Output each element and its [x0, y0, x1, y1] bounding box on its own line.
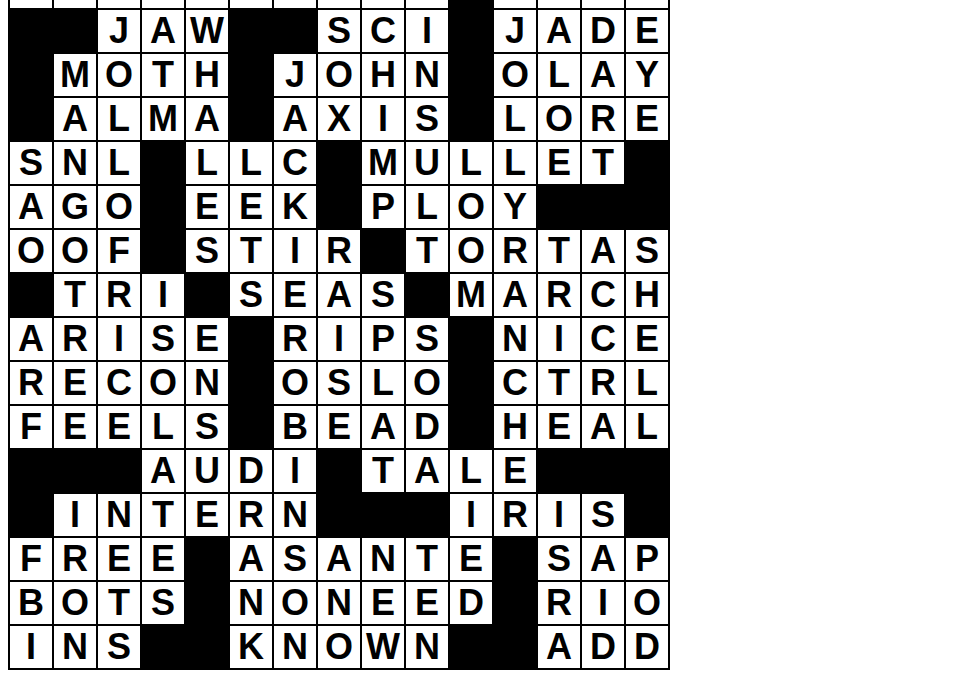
cell-r13c4[interactable]: E — [142, 538, 184, 580]
cell-r15c5-black — [186, 626, 228, 668]
cell-r1c1-black — [10, 10, 52, 52]
cell-r9c7[interactable]: O — [274, 362, 316, 404]
cell-r10c8[interactable]: E — [318, 406, 360, 448]
cell-r1c2-black — [54, 10, 96, 52]
cell-r15c7[interactable]: N — [274, 626, 316, 668]
cell-r12c11[interactable]: I — [450, 494, 492, 536]
cell-r2c13[interactable]: L — [538, 54, 580, 96]
cell-r8c8[interactable]: I — [318, 318, 360, 360]
cell-r8c9[interactable]: P — [362, 318, 404, 360]
cell-r4c4-black — [142, 142, 184, 184]
cell-r13c10[interactable]: T — [406, 538, 448, 580]
cell-r13c13[interactable]: S — [538, 538, 580, 580]
cell-r7c6[interactable]: S — [230, 274, 272, 316]
cell-r14c14[interactable]: I — [582, 582, 624, 624]
cell-r10c7[interactable]: B — [274, 406, 316, 448]
cell-r0c11-black — [450, 0, 492, 8]
cell-r14c7[interactable]: O — [274, 582, 316, 624]
cell-r12c7[interactable]: N — [274, 494, 316, 536]
cell-r5c4-black — [142, 186, 184, 228]
cell-r15c12-black — [494, 626, 536, 668]
cell-r0c1[interactable] — [10, 0, 52, 8]
cell-r3c8[interactable]: X — [318, 98, 360, 140]
cell-r1c7-black — [274, 10, 316, 52]
cell-r6c4-black — [142, 230, 184, 272]
cell-r10c12[interactable]: H — [494, 406, 536, 448]
cell-r11c7[interactable]: I — [274, 450, 316, 492]
cell-r8c7[interactable]: R — [274, 318, 316, 360]
cell-r5c13-black — [538, 186, 580, 228]
crossword-grid: JAWSCIJADEMOTHJOHNOLAYALMAAXISLORESNLLLC… — [8, 0, 670, 670]
cell-r1c6-black — [230, 10, 272, 52]
cell-r6c11[interactable]: O — [450, 230, 492, 272]
cell-r10c5[interactable]: S — [186, 406, 228, 448]
cell-r12c1-black — [10, 494, 52, 536]
cell-r10c11-black — [450, 406, 492, 448]
cell-r2c14[interactable]: A — [582, 54, 624, 96]
cell-r3c4[interactable]: M — [142, 98, 184, 140]
cell-r10c15[interactable]: L — [626, 406, 668, 448]
cell-r2c3[interactable]: O — [98, 54, 140, 96]
cell-r2c2[interactable]: M — [54, 54, 96, 96]
cell-r14c12-black — [494, 582, 536, 624]
cell-r0c12[interactable] — [494, 0, 536, 8]
cell-r4c10[interactable]: U — [406, 142, 448, 184]
cell-r14c8[interactable]: N — [318, 582, 360, 624]
cell-r14c3[interactable]: T — [98, 582, 140, 624]
cell-r8c14[interactable]: C — [582, 318, 624, 360]
cell-r3c9[interactable]: I — [362, 98, 404, 140]
cell-r14c1[interactable]: B — [10, 582, 52, 624]
cell-r14c4[interactable]: S — [142, 582, 184, 624]
cell-r13c15[interactable]: P — [626, 538, 668, 580]
cell-r15c2[interactable]: N — [54, 626, 96, 668]
cell-r6c14[interactable]: A — [582, 230, 624, 272]
cell-r2c5[interactable]: H — [186, 54, 228, 96]
cell-r7c10-black — [406, 274, 448, 316]
cell-r4c3[interactable]: L — [98, 142, 140, 184]
cell-r9c15[interactable]: L — [626, 362, 668, 404]
cell-r9c6-black — [230, 362, 272, 404]
cell-r4c9[interactable]: M — [362, 142, 404, 184]
cell-r8c10[interactable]: S — [406, 318, 448, 360]
cell-r12c2[interactable]: I — [54, 494, 96, 536]
cell-r2c8[interactable]: O — [318, 54, 360, 96]
cell-r12c13[interactable]: I — [538, 494, 580, 536]
cell-r3c14[interactable]: R — [582, 98, 624, 140]
cell-r11c6[interactable]: D — [230, 450, 272, 492]
cell-r14c6[interactable]: N — [230, 582, 272, 624]
cell-r5c12[interactable]: Y — [494, 186, 536, 228]
cell-r10c10[interactable]: D — [406, 406, 448, 448]
cell-r4c11[interactable]: L — [450, 142, 492, 184]
cell-r11c1-black — [10, 450, 52, 492]
cell-r9c14[interactable]: R — [582, 362, 624, 404]
cell-r9c9[interactable]: L — [362, 362, 404, 404]
cell-r7c8[interactable]: A — [318, 274, 360, 316]
cell-r13c2[interactable]: R — [54, 538, 96, 580]
cell-r4c1[interactable]: S — [10, 142, 52, 184]
cell-r3c2[interactable]: A — [54, 98, 96, 140]
cell-r1c15[interactable]: E — [626, 10, 668, 52]
cell-r10c1[interactable]: F — [10, 406, 52, 448]
cell-r8c1[interactable]: A — [10, 318, 52, 360]
cell-r2c12[interactable]: O — [494, 54, 536, 96]
cell-r11c12[interactable]: E — [494, 450, 536, 492]
cell-r8c5[interactable]: E — [186, 318, 228, 360]
cell-r1c4[interactable]: A — [142, 10, 184, 52]
cell-r14c10[interactable]: E — [406, 582, 448, 624]
cell-r13c8[interactable]: A — [318, 538, 360, 580]
cell-r6c7[interactable]: I — [274, 230, 316, 272]
cell-r11c3-black — [98, 450, 140, 492]
cell-r10c13[interactable]: E — [538, 406, 580, 448]
cell-r5c6[interactable]: E — [230, 186, 272, 228]
cell-r2c4[interactable]: T — [142, 54, 184, 96]
cell-r0c13[interactable] — [538, 0, 580, 8]
cell-r3c15[interactable]: E — [626, 98, 668, 140]
cell-r8c12[interactable]: N — [494, 318, 536, 360]
cell-r7c7[interactable]: E — [274, 274, 316, 316]
cell-r0c6[interactable] — [230, 0, 272, 8]
cell-r10c2[interactable]: E — [54, 406, 96, 448]
cell-r4c2[interactable]: N — [54, 142, 96, 184]
cell-r8c13[interactable]: I — [538, 318, 580, 360]
cell-r7c5-black — [186, 274, 228, 316]
cell-r15c6[interactable]: K — [230, 626, 272, 668]
cell-r3c6-black — [230, 98, 272, 140]
cell-r13c6[interactable]: A — [230, 538, 272, 580]
cell-r5c5[interactable]: E — [186, 186, 228, 228]
cell-r0c3[interactable] — [98, 0, 140, 8]
cell-r0c2[interactable] — [54, 0, 96, 8]
cell-r3c7[interactable]: A — [274, 98, 316, 140]
cell-r10c3[interactable]: E — [98, 406, 140, 448]
cell-r12c10-black — [406, 494, 448, 536]
cell-r10c4[interactable]: L — [142, 406, 184, 448]
cell-r11c11[interactable]: L — [450, 450, 492, 492]
cell-r5c7[interactable]: K — [274, 186, 316, 228]
cell-r5c10[interactable]: L — [406, 186, 448, 228]
cell-r8c11-black — [450, 318, 492, 360]
cell-r12c14[interactable]: S — [582, 494, 624, 536]
cell-r1c12[interactable]: J — [494, 10, 536, 52]
cell-r1c13[interactable]: A — [538, 10, 580, 52]
cell-r15c13[interactable]: A — [538, 626, 580, 668]
cell-r6c2[interactable]: O — [54, 230, 96, 272]
cell-r0c8[interactable] — [318, 0, 360, 8]
cell-r6c13[interactable]: T — [538, 230, 580, 272]
cell-r11c15-black — [626, 450, 668, 492]
cell-r2c15[interactable]: Y — [626, 54, 668, 96]
cell-r8c4[interactable]: S — [142, 318, 184, 360]
cell-r5c1[interactable]: A — [10, 186, 52, 228]
cell-r0c5[interactable] — [186, 0, 228, 8]
cell-r3c13[interactable]: O — [538, 98, 580, 140]
cell-r15c3[interactable]: S — [98, 626, 140, 668]
cell-r7c3[interactable]: R — [98, 274, 140, 316]
cell-r5c3[interactable]: O — [98, 186, 140, 228]
cell-r2c7[interactable]: J — [274, 54, 316, 96]
cell-r13c7[interactable]: S — [274, 538, 316, 580]
cell-r15c14[interactable]: D — [582, 626, 624, 668]
cell-r4c7[interactable]: C — [274, 142, 316, 184]
cell-r13c3[interactable]: E — [98, 538, 140, 580]
cell-r1c10[interactable]: I — [406, 10, 448, 52]
cell-r0c4[interactable] — [142, 0, 184, 8]
cell-r0c9[interactable] — [362, 0, 404, 8]
cell-r9c13[interactable]: T — [538, 362, 580, 404]
cell-r14c2[interactable]: O — [54, 582, 96, 624]
cell-r2c6-black — [230, 54, 272, 96]
cell-r5c14-black — [582, 186, 624, 228]
cell-r9c10[interactable]: O — [406, 362, 448, 404]
cell-r7c9[interactable]: S — [362, 274, 404, 316]
cell-r12c6[interactable]: R — [230, 494, 272, 536]
cell-r4c8-black — [318, 142, 360, 184]
cell-r3c1-black — [10, 98, 52, 140]
cell-r15c10[interactable]: N — [406, 626, 448, 668]
cell-r4c6[interactable]: L — [230, 142, 272, 184]
cell-r7c2[interactable]: T — [54, 274, 96, 316]
cell-r7c15[interactable]: H — [626, 274, 668, 316]
cell-r15c11-black — [450, 626, 492, 668]
cell-r7c14[interactable]: C — [582, 274, 624, 316]
cell-r3c10[interactable]: S — [406, 98, 448, 140]
cell-r7c11[interactable]: M — [450, 274, 492, 316]
cell-r0c14[interactable] — [582, 0, 624, 8]
cell-r15c4-black — [142, 626, 184, 668]
cell-r2c10[interactable]: N — [406, 54, 448, 96]
cell-r10c9[interactable]: A — [362, 406, 404, 448]
cell-r9c12[interactable]: C — [494, 362, 536, 404]
cell-r9c1[interactable]: R — [10, 362, 52, 404]
cell-r7c12[interactable]: A — [494, 274, 536, 316]
cell-r11c14-black — [582, 450, 624, 492]
cell-r6c1[interactable]: O — [10, 230, 52, 272]
cell-r9c11-black — [450, 362, 492, 404]
cell-r11c8-black — [318, 450, 360, 492]
cell-r10c14[interactable]: A — [582, 406, 624, 448]
cell-r11c5[interactable]: U — [186, 450, 228, 492]
cell-r8c3[interactable]: I — [98, 318, 140, 360]
cell-r13c11[interactable]: E — [450, 538, 492, 580]
cell-r9c3[interactable]: C — [98, 362, 140, 404]
cell-r5c2[interactable]: G — [54, 186, 96, 228]
cell-r6c9-black — [362, 230, 404, 272]
cell-r14c15[interactable]: O — [626, 582, 668, 624]
cell-r12c4[interactable]: T — [142, 494, 184, 536]
cell-r12c15-black — [626, 494, 668, 536]
cell-r7c13[interactable]: R — [538, 274, 580, 316]
cell-r14c13[interactable]: R — [538, 582, 580, 624]
cell-r0c10[interactable] — [406, 0, 448, 8]
cell-r13c5-black — [186, 538, 228, 580]
cell-r12c12[interactable]: R — [494, 494, 536, 536]
cell-r0c15[interactable] — [626, 0, 668, 8]
cell-r11c4[interactable]: A — [142, 450, 184, 492]
cell-r5c9[interactable]: P — [362, 186, 404, 228]
cell-r6c15[interactable]: S — [626, 230, 668, 272]
cell-r12c3[interactable]: N — [98, 494, 140, 536]
cell-r6c3[interactable]: F — [98, 230, 140, 272]
cell-r4c15-black — [626, 142, 668, 184]
cell-r2c11-black — [450, 54, 492, 96]
cell-r7c1-black — [10, 274, 52, 316]
cell-r9c2[interactable]: E — [54, 362, 96, 404]
cell-r3c12[interactable]: L — [494, 98, 536, 140]
cell-r4c12[interactable]: L — [494, 142, 536, 184]
cell-r4c13[interactable]: E — [538, 142, 580, 184]
cell-r2c9[interactable]: H — [362, 54, 404, 96]
cell-r13c14[interactable]: A — [582, 538, 624, 580]
cell-r3c5[interactable]: A — [186, 98, 228, 140]
cell-r14c5-black — [186, 582, 228, 624]
cell-r6c10[interactable]: T — [406, 230, 448, 272]
cell-r15c8[interactable]: O — [318, 626, 360, 668]
cell-r15c15[interactable]: D — [626, 626, 668, 668]
cell-r12c9-black — [362, 494, 404, 536]
cell-r0c7[interactable] — [274, 0, 316, 8]
cell-r11c9[interactable]: T — [362, 450, 404, 492]
cell-r7c4[interactable]: I — [142, 274, 184, 316]
cell-r8c2[interactable]: R — [54, 318, 96, 360]
cell-r12c8-black — [318, 494, 360, 536]
cell-r1c11-black — [450, 10, 492, 52]
cell-r9c4[interactable]: O — [142, 362, 184, 404]
cell-r11c13-black — [538, 450, 580, 492]
cell-r8c15[interactable]: E — [626, 318, 668, 360]
cell-r6c5[interactable]: S — [186, 230, 228, 272]
cell-r15c1[interactable]: I — [10, 626, 52, 668]
cell-r4c5[interactable]: L — [186, 142, 228, 184]
cell-r1c8[interactable]: S — [318, 10, 360, 52]
cell-r10c6-black — [230, 406, 272, 448]
cell-r9c8[interactable]: S — [318, 362, 360, 404]
cell-r12c5[interactable]: E — [186, 494, 228, 536]
cell-r4c14[interactable]: T — [582, 142, 624, 184]
cell-r5c11[interactable]: O — [450, 186, 492, 228]
cell-r15c9[interactable]: W — [362, 626, 404, 668]
cell-r11c10[interactable]: A — [406, 450, 448, 492]
cell-r6c6[interactable]: T — [230, 230, 272, 272]
cell-r3c3[interactable]: L — [98, 98, 140, 140]
cell-r6c8[interactable]: R — [318, 230, 360, 272]
cell-r13c12-black — [494, 538, 536, 580]
cell-r1c5[interactable]: W — [186, 10, 228, 52]
cell-r5c8-black — [318, 186, 360, 228]
cell-r6c12[interactable]: R — [494, 230, 536, 272]
cell-r13c9[interactable]: N — [362, 538, 404, 580]
cell-r14c11[interactable]: D — [450, 582, 492, 624]
cell-r1c9[interactable]: C — [362, 10, 404, 52]
cell-r14c9[interactable]: E — [362, 582, 404, 624]
cell-r5c15-black — [626, 186, 668, 228]
cell-r9c5[interactable]: N — [186, 362, 228, 404]
cell-r1c14[interactable]: D — [582, 10, 624, 52]
cell-r11c2-black — [54, 450, 96, 492]
cell-r8c6-black — [230, 318, 272, 360]
cell-r2c1-black — [10, 54, 52, 96]
cell-r1c3[interactable]: J — [98, 10, 140, 52]
cell-r3c11-black — [450, 98, 492, 140]
cell-r13c1[interactable]: F — [10, 538, 52, 580]
